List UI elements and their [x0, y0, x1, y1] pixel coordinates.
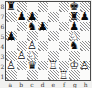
- black-pawn-icon: ♟: [6, 31, 17, 41]
- white-rook-icon: ♖: [59, 70, 70, 80]
- square-b1: [17, 70, 28, 80]
- file-label-h: h: [80, 81, 91, 88]
- square-b7: ♟: [17, 12, 28, 22]
- square-b6: [17, 22, 28, 32]
- file-label-g: g: [70, 81, 81, 88]
- black-knight-icon: ♞: [27, 22, 38, 32]
- square-d1: [38, 70, 49, 80]
- square-a1: [6, 70, 17, 80]
- square-d8: [38, 2, 49, 12]
- square-d6: ♟: [38, 22, 49, 32]
- black-rook-icon: ♜: [6, 2, 17, 12]
- square-c2: ♛: [27, 61, 38, 71]
- square-f7: [59, 12, 70, 22]
- square-b5: [17, 31, 28, 41]
- square-e4: [48, 41, 59, 51]
- square-a2: ♟♙: [6, 61, 17, 71]
- square-b3: ♟♙: [17, 51, 28, 61]
- square-e1: [48, 70, 59, 80]
- square-h7: ♟: [80, 12, 91, 22]
- square-g4: ♞: [69, 41, 80, 51]
- square-f5: [59, 31, 70, 41]
- square-d3: [38, 51, 49, 61]
- black-pawn-icon: ♟: [17, 12, 28, 22]
- square-e5: [48, 31, 59, 41]
- black-pawn-icon: ♟: [80, 12, 91, 22]
- white-king-icon: ♔: [69, 61, 80, 71]
- square-g1: [69, 70, 80, 80]
- square-e6: [48, 22, 59, 32]
- white-rook-icon: ♖: [48, 61, 59, 71]
- square-g2: ♚♔: [69, 61, 80, 71]
- chess-diagram: 87654321 ♜♚♟♟♜♟♞♟♟♟♞♘♟♙♞♟♙♞♘♟♙♛♜♖♚♔♟♙♜♖ …: [0, 0, 92, 88]
- square-a8: ♜: [6, 2, 17, 12]
- square-e7: [48, 12, 59, 22]
- square-h5: [80, 31, 91, 41]
- square-h4: [80, 41, 91, 51]
- black-knight-icon: ♞: [69, 41, 80, 51]
- square-d5: [38, 31, 49, 41]
- square-h1: [80, 70, 91, 80]
- square-h6: [80, 22, 91, 32]
- square-h2: ♟♙: [80, 61, 91, 71]
- square-f4: [59, 41, 70, 51]
- square-a5: ♟: [6, 31, 17, 41]
- white-pawn-icon: ♙: [17, 51, 28, 61]
- square-d2: [38, 61, 49, 71]
- file-labels: abcdefgh: [5, 81, 91, 88]
- black-pawn-icon: ♟: [38, 22, 49, 32]
- chess-board: ♜♚♟♟♜♟♞♟♟♟♞♘♟♙♞♟♙♞♘♟♙♛♜♖♚♔♟♙♜♖: [5, 1, 91, 81]
- white-pawn-icon: ♙: [6, 61, 17, 71]
- square-d4: [38, 41, 49, 51]
- file-label-e: e: [48, 81, 59, 88]
- file-label-a: a: [5, 81, 16, 88]
- black-queen-icon: ♛: [27, 61, 38, 71]
- square-b2: [17, 61, 28, 71]
- file-label-b: b: [16, 81, 27, 88]
- file-label-d: d: [37, 81, 48, 88]
- file-label-c: c: [27, 81, 38, 88]
- square-f3: [59, 51, 70, 61]
- white-pawn-icon: ♙: [80, 61, 91, 71]
- square-c6: ♞: [27, 22, 38, 32]
- square-e2: ♜♖: [48, 61, 59, 71]
- square-a7: [6, 12, 17, 22]
- file-label-f: f: [59, 81, 70, 88]
- square-f8: [59, 2, 70, 12]
- square-f6: [59, 22, 70, 32]
- square-e8: [48, 2, 59, 12]
- square-f1: ♜♖: [59, 70, 70, 80]
- square-c1: [27, 70, 38, 80]
- square-a4: [6, 41, 17, 51]
